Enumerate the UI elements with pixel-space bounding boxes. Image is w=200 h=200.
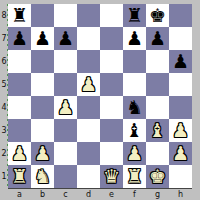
square-h6[interactable]: ♟ (169, 50, 192, 73)
square-f4[interactable]: ♞ (123, 96, 146, 119)
square-e2[interactable] (100, 142, 123, 165)
black-pawn-g7[interactable]: ♟ (146, 27, 169, 50)
square-d2[interactable] (77, 142, 100, 165)
square-e5[interactable] (100, 73, 123, 96)
white-pawn-h3[interactable]: ♟ (169, 119, 192, 142)
square-f8[interactable]: ♜ (123, 4, 146, 27)
square-h4[interactable] (169, 96, 192, 119)
square-b1[interactable]: ♞ (31, 165, 54, 188)
square-c2[interactable] (54, 142, 77, 165)
square-a6[interactable] (8, 50, 31, 73)
square-h7[interactable] (169, 27, 192, 50)
black-pawn-c7[interactable]: ♟ (54, 27, 77, 50)
square-h5[interactable] (169, 73, 192, 96)
square-h8[interactable] (169, 4, 192, 27)
square-f2[interactable]: ♟ (123, 142, 146, 165)
square-a3[interactable] (8, 119, 31, 142)
square-g4[interactable] (146, 96, 169, 119)
black-bishop-f3[interactable]: ♝ (123, 119, 146, 142)
square-c4[interactable]: ♟ (54, 96, 77, 119)
white-knight-b1[interactable]: ♞ (31, 165, 54, 188)
square-a5[interactable] (8, 73, 31, 96)
square-a4[interactable] (8, 96, 31, 119)
black-pawn-b7[interactable]: ♟ (31, 27, 54, 50)
board-edge-artifact (7, 4, 8, 188)
file-label-f: f (123, 188, 146, 200)
white-queen-e1[interactable]: ♛ (100, 165, 123, 188)
square-d1[interactable] (77, 165, 100, 188)
file-label-h: h (169, 188, 192, 200)
square-e7[interactable] (100, 27, 123, 50)
black-pawn-a7[interactable]: ♟ (8, 27, 31, 50)
black-rook-a8[interactable]: ♜ (8, 4, 31, 27)
white-pawn-a2[interactable]: ♟ (8, 142, 31, 165)
square-e3[interactable] (100, 119, 123, 142)
square-b3[interactable] (31, 119, 54, 142)
square-a8[interactable]: ♜ (8, 4, 31, 27)
white-king-g1[interactable]: ♚ (146, 165, 169, 188)
file-labels: abcdefgh (8, 188, 192, 200)
square-d8[interactable] (77, 4, 100, 27)
black-rook-f8[interactable]: ♜ (123, 4, 146, 27)
square-d7[interactable] (77, 27, 100, 50)
white-pawn-h2[interactable]: ♟ (169, 142, 192, 165)
square-a1[interactable]: ♜ (8, 165, 31, 188)
white-bishop-g3[interactable]: ♝ (146, 119, 169, 142)
black-king-g8[interactable]: ♚ (146, 4, 169, 27)
square-b7[interactable]: ♟ (31, 27, 54, 50)
white-pawn-f2[interactable]: ♟ (123, 142, 146, 165)
square-g2[interactable] (146, 142, 169, 165)
black-knight-f4[interactable]: ♞ (123, 96, 146, 119)
black-pawn-h6[interactable]: ♟ (169, 50, 192, 73)
square-g6[interactable] (146, 50, 169, 73)
square-a7[interactable]: ♟ (8, 27, 31, 50)
square-b8[interactable] (31, 4, 54, 27)
square-g7[interactable]: ♟ (146, 27, 169, 50)
square-f3[interactable]: ♝ (123, 119, 146, 142)
square-a2[interactable]: ♟ (8, 142, 31, 165)
white-rook-f1[interactable]: ♜ (123, 165, 146, 188)
square-e8[interactable] (100, 4, 123, 27)
file-label-c: c (54, 188, 77, 200)
square-f1[interactable]: ♜ (123, 165, 146, 188)
square-h1[interactable] (169, 165, 192, 188)
white-pawn-d5[interactable]: ♟ (77, 73, 100, 96)
square-c7[interactable]: ♟ (54, 27, 77, 50)
square-d6[interactable] (77, 50, 100, 73)
square-b4[interactable] (31, 96, 54, 119)
square-b2[interactable]: ♟ (31, 142, 54, 165)
black-pawn-f7[interactable]: ♟ (123, 27, 146, 50)
square-d3[interactable] (77, 119, 100, 142)
square-g5[interactable] (146, 73, 169, 96)
square-e1[interactable]: ♛ (100, 165, 123, 188)
square-f6[interactable] (123, 50, 146, 73)
square-h2[interactable]: ♟ (169, 142, 192, 165)
file-label-b: b (31, 188, 54, 200)
white-pawn-c4[interactable]: ♟ (54, 96, 77, 119)
square-h3[interactable]: ♟ (169, 119, 192, 142)
square-c5[interactable] (54, 73, 77, 96)
square-g8[interactable]: ♚ (146, 4, 169, 27)
square-f5[interactable] (123, 73, 146, 96)
white-pawn-b2[interactable]: ♟ (31, 142, 54, 165)
square-g1[interactable]: ♚ (146, 165, 169, 188)
square-e4[interactable] (100, 96, 123, 119)
square-d4[interactable] (77, 96, 100, 119)
square-g3[interactable]: ♝ (146, 119, 169, 142)
square-c8[interactable] (54, 4, 77, 27)
square-e6[interactable] (100, 50, 123, 73)
square-d5[interactable]: ♟ (77, 73, 100, 96)
chess-board: ♜♜♚♟♟♟♟♟♟♟♟♞♝♝♟♟♟♟♟♜♞♛♜♚ (8, 4, 192, 189)
square-c6[interactable] (54, 50, 77, 73)
square-c1[interactable] (54, 165, 77, 188)
file-label-a: a (8, 188, 31, 200)
file-label-e: e (100, 188, 123, 200)
square-b6[interactable] (31, 50, 54, 73)
white-rook-a1[interactable]: ♜ (8, 165, 31, 188)
square-c3[interactable] (54, 119, 77, 142)
square-b5[interactable] (31, 73, 54, 96)
file-label-d: d (77, 188, 100, 200)
board-frame: 87654321 ♜♜♚♟♟♟♟♟♟♟♟♞♝♝♟♟♟♟♟♜♞♛♜♚ abcdef… (0, 0, 200, 200)
square-f7[interactable]: ♟ (123, 27, 146, 50)
file-label-g: g (146, 188, 169, 200)
